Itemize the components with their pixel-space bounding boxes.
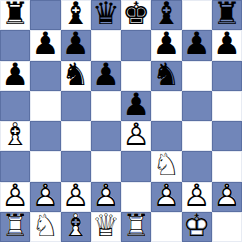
square-d5[interactable] [91, 91, 121, 121]
white-pawn-piece: ♟♙ [91, 182, 121, 212]
white-rook-piece: ♜♖ [0, 212, 30, 242]
square-g6[interactable] [182, 61, 212, 91]
white-pawn-piece: ♟♙ [121, 121, 151, 151]
square-g8[interactable] [182, 0, 212, 30]
square-c3[interactable] [61, 151, 91, 181]
square-e2[interactable] [121, 182, 151, 212]
square-g7[interactable]: ♟ [182, 30, 212, 60]
square-f8[interactable]: ♝ [151, 0, 181, 30]
square-g4[interactable] [182, 121, 212, 151]
square-a3[interactable] [0, 151, 30, 181]
square-d4[interactable] [91, 121, 121, 151]
square-c7[interactable]: ♟ [61, 30, 91, 60]
square-g3[interactable] [182, 151, 212, 181]
square-c5[interactable] [61, 91, 91, 121]
square-a5[interactable] [0, 91, 30, 121]
square-b1[interactable]: ♞♘ [30, 212, 60, 242]
black-pawn-piece: ♟ [0, 61, 30, 91]
black-bishop-piece: ♝ [151, 0, 181, 30]
white-pawn-piece: ♟♙ [151, 182, 181, 212]
square-a6[interactable]: ♟ [0, 61, 30, 91]
square-e4[interactable]: ♟♙ [121, 121, 151, 151]
square-h6[interactable] [212, 61, 242, 91]
white-king-piece: ♚♔ [182, 212, 212, 242]
black-knight-piece: ♞ [151, 61, 181, 91]
black-rook-piece: ♜ [212, 0, 242, 30]
square-c4[interactable] [61, 121, 91, 151]
square-a4[interactable]: ♝♗ [0, 121, 30, 151]
white-pawn-piece: ♟♙ [212, 182, 242, 212]
square-b3[interactable] [30, 151, 60, 181]
square-g5[interactable] [182, 91, 212, 121]
white-pawn-piece: ♟♙ [30, 182, 60, 212]
square-h4[interactable] [212, 121, 242, 151]
square-f2[interactable]: ♟♙ [151, 182, 181, 212]
black-pawn-piece: ♟ [182, 30, 212, 60]
square-e7[interactable] [121, 30, 151, 60]
white-bishop-piece: ♝♗ [61, 212, 91, 242]
square-g1[interactable]: ♚♔ [182, 212, 212, 242]
square-e6[interactable] [121, 61, 151, 91]
white-knight-piece: ♞♘ [151, 151, 181, 181]
square-h3[interactable] [212, 151, 242, 181]
square-b6[interactable] [30, 61, 60, 91]
black-pawn-piece: ♟ [61, 30, 91, 60]
chess-board-container: ♜♝♛♚♝♜♟♟♟♟♟♟♞♟♞♟♝♗♟♙♞♘♟♙♟♙♟♙♟♙♟♙♟♙♟♙♜♖♞♘… [0, 0, 242, 242]
black-pawn-piece: ♟ [91, 61, 121, 91]
square-d1[interactable]: ♛♕ [91, 212, 121, 242]
square-c2[interactable]: ♟♙ [61, 182, 91, 212]
black-pawn-piece: ♟ [30, 30, 60, 60]
white-pawn-piece: ♟♙ [182, 182, 212, 212]
square-d3[interactable] [91, 151, 121, 181]
black-bishop-piece: ♝ [61, 0, 91, 30]
square-b5[interactable] [30, 91, 60, 121]
square-c1[interactable]: ♝♗ [61, 212, 91, 242]
square-b2[interactable]: ♟♙ [30, 182, 60, 212]
square-c6[interactable]: ♞ [61, 61, 91, 91]
chess-board: ♜♝♛♚♝♜♟♟♟♟♟♟♞♟♞♟♝♗♟♙♞♘♟♙♟♙♟♙♟♙♟♙♟♙♟♙♜♖♞♘… [0, 0, 242, 242]
black-rook-piece: ♜ [0, 0, 30, 30]
square-g2[interactable]: ♟♙ [182, 182, 212, 212]
square-a2[interactable]: ♟♙ [0, 182, 30, 212]
square-e3[interactable] [121, 151, 151, 181]
square-b4[interactable] [30, 121, 60, 151]
square-e1[interactable]: ♜♖ [121, 212, 151, 242]
black-queen-piece: ♛ [91, 0, 121, 30]
square-d8[interactable]: ♛ [91, 0, 121, 30]
square-b7[interactable]: ♟ [30, 30, 60, 60]
white-knight-piece: ♞♘ [30, 212, 60, 242]
square-e5[interactable]: ♟ [121, 91, 151, 121]
white-bishop-piece: ♝♗ [0, 121, 30, 151]
square-h1[interactable] [212, 212, 242, 242]
white-pawn-piece: ♟♙ [61, 182, 91, 212]
square-f5[interactable] [151, 91, 181, 121]
square-a8[interactable]: ♜ [0, 0, 30, 30]
black-knight-piece: ♞ [61, 61, 91, 91]
square-h2[interactable]: ♟♙ [212, 182, 242, 212]
square-f4[interactable] [151, 121, 181, 151]
square-a7[interactable] [0, 30, 30, 60]
black-pawn-piece: ♟ [212, 30, 242, 60]
square-f3[interactable]: ♞♘ [151, 151, 181, 181]
square-f6[interactable]: ♞ [151, 61, 181, 91]
white-pawn-piece: ♟♙ [0, 182, 30, 212]
square-c8[interactable]: ♝ [61, 0, 91, 30]
square-d2[interactable]: ♟♙ [91, 182, 121, 212]
black-pawn-piece: ♟ [121, 91, 151, 121]
black-king-piece: ♚ [121, 0, 151, 30]
square-b8[interactable] [30, 0, 60, 30]
square-f1[interactable] [151, 212, 181, 242]
white-queen-piece: ♛♕ [91, 212, 121, 242]
square-h8[interactable]: ♜ [212, 0, 242, 30]
square-h5[interactable] [212, 91, 242, 121]
square-h7[interactable]: ♟ [212, 30, 242, 60]
square-d6[interactable]: ♟ [91, 61, 121, 91]
square-a1[interactable]: ♜♖ [0, 212, 30, 242]
square-f7[interactable]: ♟ [151, 30, 181, 60]
square-e8[interactable]: ♚ [121, 0, 151, 30]
white-rook-piece: ♜♖ [121, 212, 151, 242]
black-pawn-piece: ♟ [151, 30, 181, 60]
square-d7[interactable] [91, 30, 121, 60]
